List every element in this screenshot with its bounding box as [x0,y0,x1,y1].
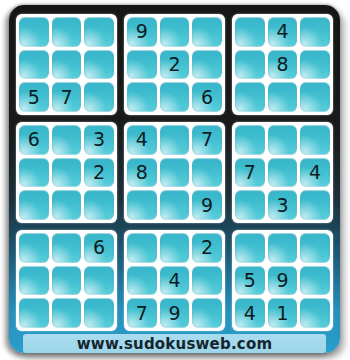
sudoku-cell-r7c9[interactable] [300,233,330,263]
sudoku-cell-r5c6[interactable] [192,158,222,188]
sudoku-cell-r3c8[interactable] [268,82,298,112]
sudoku-cell-r1c7[interactable] [235,17,265,47]
sudoku-cell-r9c7[interactable]: 4 [235,298,265,328]
sudoku-cell-r9c8[interactable]: 1 [268,298,298,328]
sudoku-cell-r2c1[interactable] [19,50,49,80]
sudoku-cell-r7c3[interactable]: 6 [84,233,114,263]
sudoku-cell-r9c6[interactable] [192,298,222,328]
sudoku-cell-r1c3[interactable] [84,17,114,47]
sudoku-cell-r4c7[interactable] [235,125,265,155]
sudoku-cell-r8c2[interactable] [52,266,82,296]
sudoku-cell-r5c8[interactable] [268,158,298,188]
sudoku-cell-r4c2[interactable] [52,125,82,155]
site-footer: www.sudokusweb.com [23,334,326,353]
sudoku-cell-r4c3[interactable]: 3 [84,125,114,155]
sudoku-cell-r5c3[interactable]: 2 [84,158,114,188]
sudoku-cell-r8c3[interactable] [84,266,114,296]
sudoku-cell-r7c5[interactable] [160,233,190,263]
sudoku-cell-r6c2[interactable] [52,190,82,220]
sudoku-cell-r9c5[interactable]: 9 [160,298,190,328]
sudoku-cell-r3c5[interactable] [160,82,190,112]
sudoku-cell-r2c9[interactable] [300,50,330,80]
sudoku-cell-r4c5[interactable] [160,125,190,155]
sudoku-cell-r3c4[interactable] [127,82,157,112]
sudoku-cell-r8c6[interactable] [192,266,222,296]
sudoku-cell-r1c4[interactable]: 9 [127,17,157,47]
sudoku-cell-r3c1[interactable]: 5 [19,82,49,112]
sudoku-cell-r7c2[interactable] [52,233,82,263]
sudoku-cell-r6c8[interactable]: 3 [268,190,298,220]
sudoku-cell-r2c5[interactable]: 2 [160,50,190,80]
sudoku-cell-r8c4[interactable] [127,266,157,296]
sudoku-block-2-1: 632 [16,122,117,223]
sudoku-block-1-1: 57 [16,14,117,115]
sudoku-cell-r2c8[interactable]: 8 [268,50,298,80]
sudoku-cell-r6c7[interactable] [235,190,265,220]
sudoku-cell-r6c9[interactable] [300,190,330,220]
sudoku-block-3-2: 2479 [124,230,225,331]
sudoku-cell-r4c8[interactable] [268,125,298,155]
sudoku-cell-r8c9[interactable] [300,266,330,296]
sudoku-cell-r8c7[interactable]: 5 [235,266,265,296]
sudoku-block-1-3: 48 [232,14,333,115]
sudoku-block-1-2: 926 [124,14,225,115]
sudoku-cell-r1c5[interactable] [160,17,190,47]
sudoku-cell-r2c7[interactable] [235,50,265,80]
sudoku-cell-r3c9[interactable] [300,82,330,112]
sudoku-cell-r9c4[interactable]: 7 [127,298,157,328]
sudoku-block-3-1: 6 [16,230,117,331]
sudoku-cell-r7c4[interactable] [127,233,157,263]
sudoku-cell-r1c8[interactable]: 4 [268,17,298,47]
sudoku-cell-r8c5[interactable]: 4 [160,266,190,296]
sudoku-cell-r5c1[interactable] [19,158,49,188]
sudoku-cell-r5c2[interactable] [52,158,82,188]
sudoku-block-3-3: 5941 [232,230,333,331]
sudoku-cell-r9c1[interactable] [19,298,49,328]
sudoku-cell-r9c9[interactable] [300,298,330,328]
sudoku-cell-r6c4[interactable] [127,190,157,220]
sudoku-cell-r7c8[interactable] [268,233,298,263]
sudoku-cell-r1c6[interactable] [192,17,222,47]
sudoku-cell-r5c4[interactable]: 8 [127,158,157,188]
sudoku-cell-r9c2[interactable] [52,298,82,328]
sudoku-cell-r3c6[interactable]: 6 [192,82,222,112]
sudoku-cell-r4c1[interactable]: 6 [19,125,49,155]
sudoku-cell-r3c2[interactable]: 7 [52,82,82,112]
sudoku-cell-r2c4[interactable] [127,50,157,80]
sudoku-cell-r6c1[interactable] [19,190,49,220]
sudoku-cell-r5c5[interactable] [160,158,190,188]
sudoku-cell-r1c2[interactable] [52,17,82,47]
sudoku-cell-r1c9[interactable] [300,17,330,47]
sudoku-cell-r7c1[interactable] [19,233,49,263]
sudoku-cell-r8c8[interactable]: 9 [268,266,298,296]
sudoku-block-2-3: 743 [232,122,333,223]
sudoku-cell-r3c3[interactable] [84,82,114,112]
sudoku-cell-r5c9[interactable]: 4 [300,158,330,188]
sudoku-cell-r2c6[interactable] [192,50,222,80]
sudoku-cell-r8c1[interactable] [19,266,49,296]
sudoku-grid: 57926486324789743624795941 [16,14,333,331]
sudoku-cell-r7c7[interactable] [235,233,265,263]
sudoku-cell-r3c7[interactable] [235,82,265,112]
sudoku-cell-r6c6[interactable]: 9 [192,190,222,220]
sudoku-cell-r4c9[interactable] [300,125,330,155]
sudoku-board: 57926486324789743624795941 www.sudokuswe… [9,5,340,353]
sudoku-cell-r6c5[interactable] [160,190,190,220]
sudoku-block-2-2: 4789 [124,122,225,223]
sudoku-cell-r4c6[interactable]: 7 [192,125,222,155]
sudoku-cell-r7c6[interactable]: 2 [192,233,222,263]
sudoku-cell-r5c7[interactable]: 7 [235,158,265,188]
sudoku-cell-r6c3[interactable] [84,190,114,220]
sudoku-cell-r9c3[interactable] [84,298,114,328]
site-url: www.sudokusweb.com [77,335,272,353]
sudoku-cell-r1c1[interactable] [19,17,49,47]
sudoku-cell-r4c4[interactable]: 4 [127,125,157,155]
sudoku-cell-r2c3[interactable] [84,50,114,80]
sudoku-cell-r2c2[interactable] [52,50,82,80]
